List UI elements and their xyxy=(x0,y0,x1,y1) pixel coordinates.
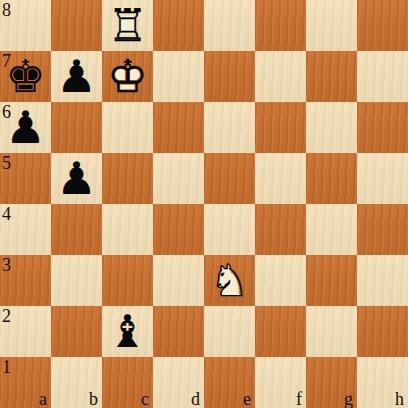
black-bishop[interactable]: ♝ xyxy=(102,306,153,357)
square-d7[interactable] xyxy=(153,51,204,102)
file-label-f: f xyxy=(296,390,302,408)
square-a2[interactable]: 2 xyxy=(0,306,51,357)
square-b8[interactable] xyxy=(51,0,102,51)
file-label-d: d xyxy=(191,390,200,408)
square-h7[interactable] xyxy=(357,51,408,102)
piece-outline-glyph: ♘ xyxy=(204,255,255,306)
rank-label-4: 4 xyxy=(2,205,11,223)
square-e4[interactable] xyxy=(204,204,255,255)
square-b1[interactable]: b xyxy=(51,357,102,408)
piece-outline-glyph: ♖ xyxy=(102,0,153,51)
square-e2[interactable] xyxy=(204,306,255,357)
black-pawn[interactable]: ♟ xyxy=(0,102,51,153)
square-h4[interactable] xyxy=(357,204,408,255)
square-f7[interactable] xyxy=(255,51,306,102)
square-g6[interactable] xyxy=(306,102,357,153)
square-g8[interactable] xyxy=(306,0,357,51)
square-c8[interactable]: ♜♖ xyxy=(102,0,153,51)
square-e7[interactable] xyxy=(204,51,255,102)
black-king[interactable]: ♚ xyxy=(0,51,51,102)
piece-glyph: ♟ xyxy=(0,102,51,153)
square-c7[interactable]: ♚♔ xyxy=(102,51,153,102)
rank-label-8: 8 xyxy=(2,1,11,19)
square-c1[interactable]: c xyxy=(102,357,153,408)
rank-label-5: 5 xyxy=(2,154,11,172)
file-label-h: h xyxy=(395,390,404,408)
square-h5[interactable] xyxy=(357,153,408,204)
file-label-e: e xyxy=(243,390,251,408)
square-c6[interactable] xyxy=(102,102,153,153)
square-g3[interactable] xyxy=(306,255,357,306)
piece-glyph: ♟ xyxy=(51,51,102,102)
square-e3[interactable]: ♞♘ xyxy=(204,255,255,306)
black-pawn[interactable]: ♟ xyxy=(51,153,102,204)
square-c5[interactable] xyxy=(102,153,153,204)
square-e1[interactable]: e xyxy=(204,357,255,408)
file-label-g: g xyxy=(344,390,353,408)
square-e5[interactable] xyxy=(204,153,255,204)
square-h8[interactable] xyxy=(357,0,408,51)
square-d1[interactable]: d xyxy=(153,357,204,408)
square-f8[interactable] xyxy=(255,0,306,51)
black-pawn[interactable]: ♟ xyxy=(51,51,102,102)
square-g5[interactable] xyxy=(306,153,357,204)
square-a7[interactable]: 7♚ xyxy=(0,51,51,102)
rank-label-2: 2 xyxy=(2,307,11,325)
file-label-a: a xyxy=(39,390,47,408)
square-g1[interactable]: g xyxy=(306,357,357,408)
square-a8[interactable]: 8 xyxy=(0,0,51,51)
square-e6[interactable] xyxy=(204,102,255,153)
square-h6[interactable] xyxy=(357,102,408,153)
square-d4[interactable] xyxy=(153,204,204,255)
chess-board: 8♜♖7♚♟♚♔6♟5♟43♞♘2♝1abcdefgh xyxy=(0,0,408,408)
file-label-b: b xyxy=(89,390,98,408)
square-b5[interactable]: ♟ xyxy=(51,153,102,204)
white-knight[interactable]: ♞♘ xyxy=(204,255,255,306)
square-d5[interactable] xyxy=(153,153,204,204)
square-f5[interactable] xyxy=(255,153,306,204)
square-h2[interactable] xyxy=(357,306,408,357)
square-f6[interactable] xyxy=(255,102,306,153)
square-c4[interactable] xyxy=(102,204,153,255)
file-label-c: c xyxy=(141,390,149,408)
piece-glyph: ♟ xyxy=(51,153,102,204)
square-a1[interactable]: 1a xyxy=(0,357,51,408)
square-f4[interactable] xyxy=(255,204,306,255)
square-d2[interactable] xyxy=(153,306,204,357)
square-e8[interactable] xyxy=(204,0,255,51)
square-d8[interactable] xyxy=(153,0,204,51)
square-d3[interactable] xyxy=(153,255,204,306)
piece-glyph: ♝ xyxy=(102,306,153,357)
square-a5[interactable]: 5 xyxy=(0,153,51,204)
square-b6[interactable] xyxy=(51,102,102,153)
square-c3[interactable] xyxy=(102,255,153,306)
white-rook[interactable]: ♜♖ xyxy=(102,0,153,51)
square-h3[interactable] xyxy=(357,255,408,306)
square-f2[interactable] xyxy=(255,306,306,357)
square-h1[interactable]: h xyxy=(357,357,408,408)
square-g4[interactable] xyxy=(306,204,357,255)
square-f3[interactable] xyxy=(255,255,306,306)
square-b2[interactable] xyxy=(51,306,102,357)
square-g7[interactable] xyxy=(306,51,357,102)
piece-glyph: ♚ xyxy=(0,51,51,102)
rank-label-1: 1 xyxy=(2,358,11,376)
piece-outline-glyph: ♔ xyxy=(102,51,153,102)
square-a6[interactable]: 6♟ xyxy=(0,102,51,153)
square-a4[interactable]: 4 xyxy=(0,204,51,255)
square-d6[interactable] xyxy=(153,102,204,153)
square-g2[interactable] xyxy=(306,306,357,357)
square-b7[interactable]: ♟ xyxy=(51,51,102,102)
square-c2[interactable]: ♝ xyxy=(102,306,153,357)
square-f1[interactable]: f xyxy=(255,357,306,408)
white-king[interactable]: ♚♔ xyxy=(102,51,153,102)
square-b4[interactable] xyxy=(51,204,102,255)
rank-label-3: 3 xyxy=(2,256,11,274)
square-a3[interactable]: 3 xyxy=(0,255,51,306)
square-b3[interactable] xyxy=(51,255,102,306)
